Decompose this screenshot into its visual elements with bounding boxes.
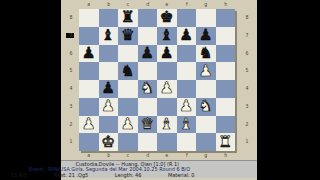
- rank-labels-left: 87654321: [65, 9, 77, 151]
- file-label-a: a: [83, 153, 94, 157]
- square-b2: [99, 116, 119, 134]
- file-label-b: b: [103, 153, 114, 157]
- square-f1: [177, 133, 197, 151]
- rank-label-5: 5: [244, 66, 251, 76]
- square-h3: [216, 98, 236, 116]
- file-labels-top: abcdefgh: [79, 1, 235, 8]
- white-pawn-g5: ♟: [199, 63, 213, 80]
- square-b4: ♟: [99, 80, 119, 98]
- square-d3: [138, 98, 158, 116]
- square-c8: ♜: [118, 9, 138, 27]
- rank-label-1: 1: [68, 137, 75, 147]
- rank-label-6: 6: [244, 48, 251, 58]
- black-pawn-b4: ♟: [101, 80, 115, 97]
- square-h1: ♜: [216, 133, 236, 151]
- white-bishop-f2: ♝: [179, 116, 193, 133]
- square-a7: [79, 27, 99, 45]
- square-b1: ♚: [99, 133, 119, 151]
- square-e4: ♟: [157, 80, 177, 98]
- status-segment-2: Length: 46: [115, 173, 142, 178]
- rank-label-3: 3: [244, 101, 251, 111]
- file-label-d: d: [142, 2, 153, 6]
- square-b5: [99, 62, 119, 80]
- square-e3: [157, 98, 177, 116]
- square-g2: [196, 116, 216, 134]
- square-e1: [157, 133, 177, 151]
- square-g5: ♟: [196, 62, 216, 80]
- square-a1: [79, 133, 99, 151]
- white-bishop-e2: ♝: [160, 116, 174, 133]
- square-e2: ♝: [157, 116, 177, 134]
- square-h6: [216, 45, 236, 63]
- square-d8: [138, 9, 158, 27]
- status-segment-3: Material: 0: [168, 173, 195, 178]
- square-e7: ♝: [157, 27, 177, 45]
- rank-label-8: 8: [68, 13, 75, 23]
- square-h5: [216, 62, 236, 80]
- square-g4: [196, 80, 216, 98]
- rank-label-7: 7: [68, 30, 75, 40]
- file-label-e: e: [161, 153, 172, 157]
- square-e8: ♚: [157, 9, 177, 27]
- square-e5: [157, 62, 177, 80]
- rank-label-4: 4: [244, 84, 251, 94]
- white-pawn-e4: ♟: [160, 80, 174, 97]
- square-h7: [216, 27, 236, 45]
- video-frame-root[interactable]: { "game": "chess", "position": { "fen": …: [0, 0, 320, 180]
- square-g7: ♟: [196, 27, 216, 45]
- file-label-h: h: [220, 2, 231, 6]
- file-label-h: h: [220, 153, 231, 157]
- square-e6: ♟: [157, 45, 177, 63]
- rank-label-8: 8: [244, 13, 251, 23]
- square-d5: [138, 62, 158, 80]
- rank-label-5: 5: [68, 66, 75, 76]
- black-queen-c7: ♛: [121, 27, 135, 44]
- square-b8: [99, 9, 119, 27]
- black-pawn-e6: ♟: [160, 45, 174, 62]
- square-h8: [216, 9, 236, 27]
- file-label-c: c: [122, 153, 133, 157]
- black-king-e8: ♚: [160, 9, 174, 26]
- status-segment-1: Next: 21 .Qg5: [54, 173, 88, 178]
- square-f6: [177, 45, 197, 63]
- file-label-g: g: [200, 2, 211, 6]
- square-a5: [79, 62, 99, 80]
- square-a8: [79, 9, 99, 27]
- black-bishop-b7: ♝: [101, 27, 115, 44]
- rank-label-2: 2: [68, 119, 75, 129]
- square-d4: ♞: [138, 80, 158, 98]
- black-knight-c5: ♞: [121, 63, 135, 80]
- square-d1: [138, 133, 158, 151]
- white-queen-d2: ♛: [140, 116, 154, 133]
- square-f3: ♟: [177, 98, 197, 116]
- rank-label-1: 1: [244, 137, 251, 147]
- white-knight-g3: ♞: [199, 98, 213, 115]
- file-label-g: g: [200, 153, 211, 157]
- square-d2: ♛: [138, 116, 158, 134]
- square-c2: ♟: [118, 116, 138, 134]
- square-g1: [196, 133, 216, 151]
- black-pawn-a6: ♟: [82, 45, 96, 62]
- square-h4: [216, 80, 236, 98]
- square-a6: ♟: [79, 45, 99, 63]
- file-label-f: f: [181, 2, 192, 6]
- file-label-b: b: [103, 2, 114, 6]
- white-rook-h1: ♜: [218, 134, 232, 151]
- square-g3: ♞: [196, 98, 216, 116]
- square-f5: [177, 62, 197, 80]
- black-pawn-f7: ♟: [179, 27, 193, 44]
- caption-line-status: 01 R/5Next: 21 .Qg5Length: 46Material: 0: [61, 173, 257, 178]
- black-bishop-e7: ♝: [160, 27, 174, 44]
- status-row: 01 R/5Next: 21 .Qg5Length: 46Material: 0: [11, 173, 195, 178]
- square-c6: [118, 45, 138, 63]
- square-c5: ♞: [118, 62, 138, 80]
- black-pawn-g7: ♟: [199, 27, 213, 44]
- square-c4: [118, 80, 138, 98]
- file-label-a: a: [83, 2, 94, 6]
- square-b7: ♝: [99, 27, 119, 45]
- square-b3: ♟: [99, 98, 119, 116]
- white-king-b1: ♚: [101, 134, 115, 151]
- letterbox-left: [0, 0, 61, 180]
- rank-label-3: 3: [68, 101, 75, 111]
- square-f7: ♟: [177, 27, 197, 45]
- chess-board: ♜♚♝♛♝♟♟♟♟♟♞♞♟♟♞♟♟♟♞♟♟♛♝♝♚♜: [79, 9, 235, 151]
- square-f8: [177, 9, 197, 27]
- file-label-d: d: [142, 153, 153, 157]
- rank-label-6: 6: [68, 48, 75, 58]
- white-pawn-b3: ♟: [101, 98, 115, 115]
- square-h2: [216, 116, 236, 134]
- file-label-f: f: [181, 153, 192, 157]
- square-d7: [138, 27, 158, 45]
- file-label-e: e: [161, 2, 172, 6]
- letterbox-right: [257, 0, 320, 180]
- square-d6: ♟: [138, 45, 158, 63]
- white-pawn-a2: ♟: [82, 116, 96, 133]
- rank-labels-right: 87654321: [241, 9, 253, 151]
- black-pawn-d6: ♟: [140, 45, 154, 62]
- square-f2: ♝: [177, 116, 197, 134]
- chess-program-frame[interactable]: abcdefgh 87654321 87654321 abcdefgh ♜♚♝♛…: [61, 0, 257, 180]
- square-a4: [79, 80, 99, 98]
- square-c1: [118, 133, 138, 151]
- file-labels-bottom: abcdefgh: [79, 152, 235, 159]
- black-knight-g6: ♞: [199, 45, 213, 62]
- square-f4: [177, 80, 197, 98]
- rank-label-2: 2: [244, 119, 251, 129]
- file-label-c: c: [122, 2, 133, 6]
- square-a2: ♟: [79, 116, 99, 134]
- rank-label-7: 7: [244, 30, 251, 40]
- white-pawn-c2: ♟: [121, 116, 135, 133]
- square-b6: [99, 45, 119, 63]
- status-segment-0: 01 R/5: [11, 173, 27, 178]
- white-pawn-f3: ♟: [179, 98, 193, 115]
- square-c3: [118, 98, 138, 116]
- square-g6: ♞: [196, 45, 216, 63]
- square-c7: ♛: [118, 27, 138, 45]
- black-rook-c8: ♜: [121, 9, 135, 26]
- rank-label-4: 4: [68, 84, 75, 94]
- caption-bar: Custodia,Dovile -- Huang, Qian [1:0] (R …: [61, 160, 257, 178]
- white-knight-d4: ♞: [140, 80, 154, 97]
- square-a3: [79, 98, 99, 116]
- square-g8: [196, 9, 216, 27]
